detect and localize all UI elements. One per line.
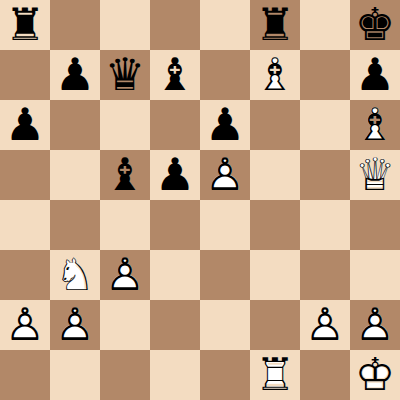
square-e8[interactable] bbox=[200, 0, 250, 50]
square-h4[interactable] bbox=[350, 200, 400, 250]
square-d6[interactable] bbox=[150, 100, 200, 150]
square-e3[interactable] bbox=[200, 250, 250, 300]
square-b8[interactable] bbox=[50, 0, 100, 50]
square-h1[interactable]: ♚♔ bbox=[350, 350, 400, 400]
square-a6[interactable]: ♟ bbox=[0, 100, 50, 150]
square-f3[interactable] bbox=[250, 250, 300, 300]
piece-outline-layer: ♙ bbox=[300, 300, 350, 350]
square-a1[interactable] bbox=[0, 350, 50, 400]
piece-outline-layer: ♙ bbox=[0, 300, 50, 350]
piece-black-pawn: ♟ bbox=[200, 100, 250, 150]
square-e1[interactable] bbox=[200, 350, 250, 400]
piece-outline-layer: ♕ bbox=[350, 150, 400, 200]
square-a4[interactable] bbox=[0, 200, 50, 250]
square-e4[interactable] bbox=[200, 200, 250, 250]
piece-black-pawn: ♟ bbox=[150, 150, 200, 200]
square-d2[interactable] bbox=[150, 300, 200, 350]
piece-black-king: ♚ bbox=[350, 0, 400, 50]
square-f1[interactable]: ♜♖ bbox=[250, 350, 300, 400]
square-f7[interactable]: ♝♗ bbox=[250, 50, 300, 100]
piece-black-rook: ♜ bbox=[250, 0, 300, 50]
square-h2[interactable]: ♟♙ bbox=[350, 300, 400, 350]
piece-white-pawn: ♟♙ bbox=[0, 300, 50, 350]
piece-outline-layer: ♙ bbox=[50, 300, 100, 350]
square-h7[interactable]: ♟ bbox=[350, 50, 400, 100]
square-a7[interactable] bbox=[0, 50, 50, 100]
piece-black-rook: ♜ bbox=[0, 0, 50, 50]
square-g4[interactable] bbox=[300, 200, 350, 250]
square-b7[interactable]: ♟ bbox=[50, 50, 100, 100]
square-h3[interactable] bbox=[350, 250, 400, 300]
piece-white-queen: ♛♕ bbox=[350, 150, 400, 200]
piece-outline-layer: ♙ bbox=[200, 150, 250, 200]
piece-outline-layer: ♖ bbox=[250, 350, 300, 400]
piece-white-rook: ♜♖ bbox=[250, 350, 300, 400]
square-b3[interactable]: ♞♘ bbox=[50, 250, 100, 300]
piece-white-pawn: ♟♙ bbox=[50, 300, 100, 350]
piece-black-pawn: ♟ bbox=[0, 100, 50, 150]
square-g6[interactable] bbox=[300, 100, 350, 150]
square-c1[interactable] bbox=[100, 350, 150, 400]
piece-black-pawn: ♟ bbox=[350, 50, 400, 100]
square-c8[interactable] bbox=[100, 0, 150, 50]
square-d5[interactable]: ♟ bbox=[150, 150, 200, 200]
square-b4[interactable] bbox=[50, 200, 100, 250]
square-d1[interactable] bbox=[150, 350, 200, 400]
piece-black-bishop: ♝ bbox=[150, 50, 200, 100]
square-e5[interactable]: ♟♙ bbox=[200, 150, 250, 200]
square-g1[interactable] bbox=[300, 350, 350, 400]
square-b2[interactable]: ♟♙ bbox=[50, 300, 100, 350]
square-d8[interactable] bbox=[150, 0, 200, 50]
piece-black-bishop: ♝ bbox=[100, 150, 150, 200]
square-f5[interactable] bbox=[250, 150, 300, 200]
square-b6[interactable] bbox=[50, 100, 100, 150]
piece-white-king: ♚♔ bbox=[350, 350, 400, 400]
square-c2[interactable] bbox=[100, 300, 150, 350]
square-a5[interactable] bbox=[0, 150, 50, 200]
square-d4[interactable] bbox=[150, 200, 200, 250]
piece-outline-layer: ♘ bbox=[50, 250, 100, 300]
piece-outline-layer: ♙ bbox=[350, 300, 400, 350]
square-f2[interactable] bbox=[250, 300, 300, 350]
piece-white-knight: ♞♘ bbox=[50, 250, 100, 300]
square-e2[interactable] bbox=[200, 300, 250, 350]
square-f8[interactable]: ♜ bbox=[250, 0, 300, 50]
piece-white-pawn: ♟♙ bbox=[200, 150, 250, 200]
piece-black-queen: ♛ bbox=[100, 50, 150, 100]
piece-outline-layer: ♗ bbox=[250, 50, 300, 100]
square-c4[interactable] bbox=[100, 200, 150, 250]
square-g8[interactable] bbox=[300, 0, 350, 50]
square-d7[interactable]: ♝ bbox=[150, 50, 200, 100]
square-b1[interactable] bbox=[50, 350, 100, 400]
piece-white-pawn: ♟♙ bbox=[350, 300, 400, 350]
piece-white-bishop: ♝♗ bbox=[350, 100, 400, 150]
square-g5[interactable] bbox=[300, 150, 350, 200]
square-e6[interactable]: ♟ bbox=[200, 100, 250, 150]
square-c7[interactable]: ♛ bbox=[100, 50, 150, 100]
square-f6[interactable] bbox=[250, 100, 300, 150]
square-g7[interactable] bbox=[300, 50, 350, 100]
square-d3[interactable] bbox=[150, 250, 200, 300]
square-h5[interactable]: ♛♕ bbox=[350, 150, 400, 200]
square-h8[interactable]: ♚ bbox=[350, 0, 400, 50]
square-f4[interactable] bbox=[250, 200, 300, 250]
square-c3[interactable]: ♟♙ bbox=[100, 250, 150, 300]
square-a8[interactable]: ♜ bbox=[0, 0, 50, 50]
square-c6[interactable] bbox=[100, 100, 150, 150]
piece-black-pawn: ♟ bbox=[50, 50, 100, 100]
square-c5[interactable]: ♝ bbox=[100, 150, 150, 200]
square-a3[interactable] bbox=[0, 250, 50, 300]
chess-board: ♜♜♚♟♛♝♝♗♟♟♟♝♗♝♟♟♙♛♕♞♘♟♙♟♙♟♙♟♙♟♙♜♖♚♔ bbox=[0, 0, 400, 400]
piece-white-pawn: ♟♙ bbox=[100, 250, 150, 300]
square-e7[interactable] bbox=[200, 50, 250, 100]
piece-white-pawn: ♟♙ bbox=[300, 300, 350, 350]
square-g2[interactable]: ♟♙ bbox=[300, 300, 350, 350]
piece-outline-layer: ♔ bbox=[350, 350, 400, 400]
piece-outline-layer: ♗ bbox=[350, 100, 400, 150]
square-a2[interactable]: ♟♙ bbox=[0, 300, 50, 350]
square-b5[interactable] bbox=[50, 150, 100, 200]
piece-outline-layer: ♙ bbox=[100, 250, 150, 300]
square-h6[interactable]: ♝♗ bbox=[350, 100, 400, 150]
square-g3[interactable] bbox=[300, 250, 350, 300]
piece-white-bishop: ♝♗ bbox=[250, 50, 300, 100]
